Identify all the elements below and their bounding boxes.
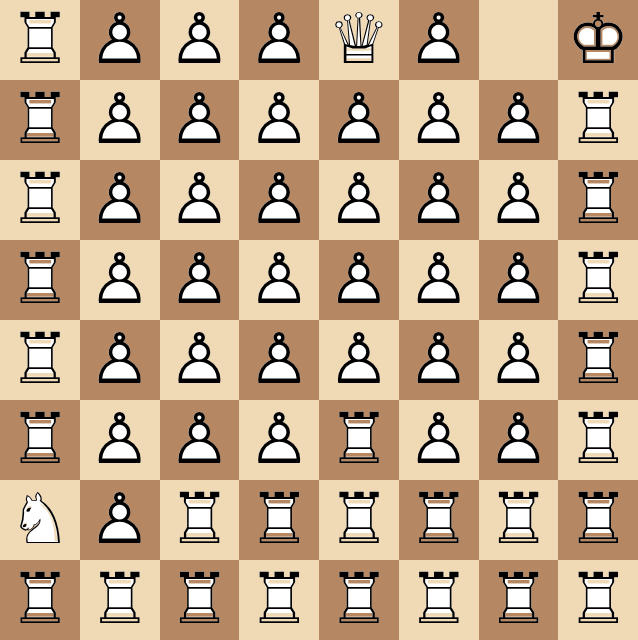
white-rook-h4[interactable]: ♜♖ [558,320,638,400]
square-c1[interactable]: ♜♖ [160,560,240,640]
piece-outline-glyph: ♖ [168,484,231,554]
square-b2[interactable]: ♟♙ [80,480,160,560]
square-c7[interactable]: ♟♙ [160,80,240,160]
square-b8[interactable]: ♟♙ [80,0,160,80]
square-c5[interactable]: ♟♙ [160,240,240,320]
square-e5[interactable]: ♟♙ [319,240,399,320]
white-rook-d1[interactable]: ♜♖ [239,560,319,640]
piece-outline-glyph: ♙ [487,164,550,234]
square-g8[interactable] [479,0,559,80]
square-h8[interactable]: ♚♔ [558,0,638,80]
square-f1[interactable]: ♜♖ [399,560,479,640]
piece-outline-glyph: ♙ [168,404,231,474]
white-pawn-d6[interactable]: ♟♙ [239,160,319,240]
white-pawn-c7[interactable]: ♟♙ [160,80,240,160]
white-rook-g2[interactable]: ♜♖ [479,480,559,560]
white-pawn-g3[interactable]: ♟♙ [479,400,559,480]
white-pawn-b8[interactable]: ♟♙ [80,0,160,80]
square-f2[interactable]: ♜♖ [399,480,479,560]
square-a7[interactable]: ♜♖ [0,80,80,160]
white-pawn-g4[interactable]: ♟♙ [479,320,559,400]
white-rook-a1[interactable]: ♜♖ [0,560,80,640]
square-c6[interactable]: ♟♙ [160,160,240,240]
square-h5[interactable]: ♜♖ [558,240,638,320]
white-pawn-c6[interactable]: ♟♙ [160,160,240,240]
square-b4[interactable]: ♟♙ [80,320,160,400]
piece-outline-glyph: ♙ [327,164,390,234]
chess-board: ♜♖♟♙♟♙♟♙♛♕♟♙♚♔♜♖♟♙♟♙♟♙♟♙♟♙♟♙♜♖♜♖♟♙♟♙♟♙♟♙… [0,0,638,640]
piece-outline-glyph: ♙ [407,324,470,394]
piece-outline-glyph: ♙ [487,404,550,474]
square-f8[interactable]: ♟♙ [399,0,479,80]
square-f5[interactable]: ♟♙ [399,240,479,320]
square-h2[interactable]: ♜♖ [558,480,638,560]
square-f7[interactable]: ♟♙ [399,80,479,160]
white-pawn-c3[interactable]: ♟♙ [160,400,240,480]
piece-outline-glyph: ♖ [487,564,550,634]
square-c4[interactable]: ♟♙ [160,320,240,400]
piece-outline-glyph: ♙ [487,84,550,154]
square-g7[interactable]: ♟♙ [479,80,559,160]
white-rook-e3[interactable]: ♜♖ [319,400,399,480]
piece-outline-glyph: ♖ [567,484,630,554]
square-e8[interactable]: ♛♕ [319,0,399,80]
piece-outline-glyph: ♙ [168,84,231,154]
square-d1[interactable]: ♜♖ [239,560,319,640]
white-rook-a7[interactable]: ♜♖ [0,80,80,160]
square-d6[interactable]: ♟♙ [239,160,319,240]
piece-outline-glyph: ♖ [8,84,71,154]
piece-outline-glyph: ♖ [327,404,390,474]
square-c8[interactable]: ♟♙ [160,0,240,80]
square-h4[interactable]: ♜♖ [558,320,638,400]
square-d7[interactable]: ♟♙ [239,80,319,160]
white-rook-c2[interactable]: ♜♖ [160,480,240,560]
white-knight-a2[interactable]: ♞♘ [0,480,80,560]
white-pawn-f3[interactable]: ♟♙ [399,400,479,480]
white-pawn-c4[interactable]: ♟♙ [160,320,240,400]
white-pawn-g5[interactable]: ♟♙ [479,240,559,320]
piece-outline-glyph: ♙ [168,244,231,314]
piece-outline-glyph: ♖ [248,564,311,634]
piece-outline-glyph: ♙ [327,84,390,154]
white-rook-c1[interactable]: ♜♖ [160,560,240,640]
white-pawn-d3[interactable]: ♟♙ [239,400,319,480]
white-queen-e8[interactable]: ♛♕ [319,0,399,80]
piece-outline-glyph: ♖ [8,324,71,394]
square-h7[interactable]: ♜♖ [558,80,638,160]
white-pawn-c5[interactable]: ♟♙ [160,240,240,320]
square-d4[interactable]: ♟♙ [239,320,319,400]
square-a5[interactable]: ♜♖ [0,240,80,320]
piece-outline-glyph: ♖ [407,484,470,554]
white-rook-h3[interactable]: ♜♖ [558,400,638,480]
piece-outline-glyph: ♖ [248,484,311,554]
piece-outline-glyph: ♖ [8,164,71,234]
white-pawn-b4[interactable]: ♟♙ [80,320,160,400]
white-pawn-e4[interactable]: ♟♙ [319,320,399,400]
square-e3[interactable]: ♜♖ [319,400,399,480]
piece-outline-glyph: ♙ [168,4,231,74]
square-a1[interactable]: ♜♖ [0,560,80,640]
white-rook-h2[interactable]: ♜♖ [558,480,638,560]
white-pawn-f8[interactable]: ♟♙ [399,0,479,80]
piece-outline-glyph: ♙ [88,164,151,234]
white-pawn-b7[interactable]: ♟♙ [80,80,160,160]
piece-outline-glyph: ♖ [327,484,390,554]
piece-outline-glyph: ♙ [407,404,470,474]
square-f3[interactable]: ♟♙ [399,400,479,480]
square-g2[interactable]: ♜♖ [479,480,559,560]
white-rook-g1[interactable]: ♜♖ [479,560,559,640]
square-c3[interactable]: ♟♙ [160,400,240,480]
piece-outline-glyph: ♙ [487,324,550,394]
piece-outline-glyph: ♖ [8,4,71,74]
piece-outline-glyph: ♖ [567,404,630,474]
piece-outline-glyph: ♖ [8,564,71,634]
square-f6[interactable]: ♟♙ [399,160,479,240]
square-g1[interactable]: ♜♖ [479,560,559,640]
square-a3[interactable]: ♜♖ [0,400,80,480]
square-e2[interactable]: ♜♖ [319,480,399,560]
square-d8[interactable]: ♟♙ [239,0,319,80]
square-d2[interactable]: ♜♖ [239,480,319,560]
square-c2[interactable]: ♜♖ [160,480,240,560]
white-pawn-f5[interactable]: ♟♙ [399,240,479,320]
piece-outline-glyph: ♖ [168,564,231,634]
white-pawn-g7[interactable]: ♟♙ [479,80,559,160]
piece-outline-glyph: ♙ [407,4,470,74]
square-g5[interactable]: ♟♙ [479,240,559,320]
piece-outline-glyph: ♙ [248,324,311,394]
piece-outline-glyph: ♙ [88,484,151,554]
piece-outline-glyph: ♕ [327,4,390,74]
white-rook-a3[interactable]: ♜♖ [0,400,80,480]
square-b7[interactable]: ♟♙ [80,80,160,160]
square-b3[interactable]: ♟♙ [80,400,160,480]
white-pawn-e6[interactable]: ♟♙ [319,160,399,240]
white-pawn-f4[interactable]: ♟♙ [399,320,479,400]
piece-outline-glyph: ♖ [8,244,71,314]
piece-outline-glyph: ♖ [8,404,71,474]
white-rook-e2[interactable]: ♜♖ [319,480,399,560]
square-g3[interactable]: ♟♙ [479,400,559,480]
square-f4[interactable]: ♟♙ [399,320,479,400]
piece-outline-glyph: ♙ [88,404,151,474]
white-rook-f1[interactable]: ♜♖ [399,560,479,640]
piece-outline-glyph: ♙ [248,164,311,234]
white-pawn-b2[interactable]: ♟♙ [80,480,160,560]
piece-outline-glyph: ♙ [248,4,311,74]
piece-outline-glyph: ♙ [327,324,390,394]
square-h1[interactable]: ♜♖ [558,560,638,640]
piece-outline-glyph: ♖ [407,564,470,634]
piece-outline-glyph: ♙ [407,244,470,314]
white-rook-a5[interactable]: ♜♖ [0,240,80,320]
piece-outline-glyph: ♙ [248,84,311,154]
square-e1[interactable]: ♜♖ [319,560,399,640]
white-pawn-c8[interactable]: ♟♙ [160,0,240,80]
piece-outline-glyph: ♔ [567,4,630,74]
square-g6[interactable]: ♟♙ [479,160,559,240]
white-pawn-e5[interactable]: ♟♙ [319,240,399,320]
piece-outline-glyph: ♖ [567,164,630,234]
white-rook-f2[interactable]: ♜♖ [399,480,479,560]
piece-outline-glyph: ♖ [487,484,550,554]
white-pawn-d4[interactable]: ♟♙ [239,320,319,400]
white-rook-a8[interactable]: ♜♖ [0,0,80,80]
piece-outline-glyph: ♙ [248,404,311,474]
white-pawn-f7[interactable]: ♟♙ [399,80,479,160]
white-rook-d2[interactable]: ♜♖ [239,480,319,560]
piece-outline-glyph: ♙ [88,244,151,314]
white-rook-a4[interactable]: ♜♖ [0,320,80,400]
white-king-h8[interactable]: ♚♔ [558,0,638,80]
white-rook-b1[interactable]: ♜♖ [80,560,160,640]
piece-outline-glyph: ♖ [88,564,151,634]
square-a2[interactable]: ♞♘ [0,480,80,560]
white-pawn-d5[interactable]: ♟♙ [239,240,319,320]
piece-outline-glyph: ♖ [567,564,630,634]
piece-outline-glyph: ♙ [168,324,231,394]
piece-outline-glyph: ♙ [168,164,231,234]
piece-outline-glyph: ♙ [487,244,550,314]
square-a8[interactable]: ♜♖ [0,0,80,80]
square-b5[interactable]: ♟♙ [80,240,160,320]
white-rook-a6[interactable]: ♜♖ [0,160,80,240]
white-pawn-b6[interactable]: ♟♙ [80,160,160,240]
square-h6[interactable]: ♜♖ [558,160,638,240]
square-b6[interactable]: ♟♙ [80,160,160,240]
piece-outline-glyph: ♘ [8,484,71,554]
square-e4[interactable]: ♟♙ [319,320,399,400]
square-a6[interactable]: ♜♖ [0,160,80,240]
white-rook-h5[interactable]: ♜♖ [558,240,638,320]
square-d5[interactable]: ♟♙ [239,240,319,320]
piece-outline-glyph: ♙ [327,244,390,314]
square-b1[interactable]: ♜♖ [80,560,160,640]
piece-outline-glyph: ♖ [567,84,630,154]
white-pawn-b3[interactable]: ♟♙ [80,400,160,480]
piece-outline-glyph: ♙ [407,164,470,234]
white-pawn-g6[interactable]: ♟♙ [479,160,559,240]
white-pawn-d8[interactable]: ♟♙ [239,0,319,80]
square-a4[interactable]: ♜♖ [0,320,80,400]
piece-outline-glyph: ♙ [88,4,151,74]
white-pawn-f6[interactable]: ♟♙ [399,160,479,240]
piece-outline-glyph: ♙ [88,324,151,394]
piece-outline-glyph: ♖ [567,244,630,314]
square-g4[interactable]: ♟♙ [479,320,559,400]
white-rook-h6[interactable]: ♜♖ [558,160,638,240]
piece-outline-glyph: ♙ [407,84,470,154]
square-e7[interactable]: ♟♙ [319,80,399,160]
white-pawn-d7[interactable]: ♟♙ [239,80,319,160]
white-rook-h7[interactable]: ♜♖ [558,80,638,160]
piece-outline-glyph: ♖ [327,564,390,634]
piece-outline-glyph: ♙ [88,84,151,154]
piece-outline-glyph: ♖ [567,324,630,394]
square-e6[interactable]: ♟♙ [319,160,399,240]
white-pawn-e7[interactable]: ♟♙ [319,80,399,160]
white-pawn-b5[interactable]: ♟♙ [80,240,160,320]
white-rook-e1[interactable]: ♜♖ [319,560,399,640]
square-h3[interactable]: ♜♖ [558,400,638,480]
white-rook-h1[interactable]: ♜♖ [558,560,638,640]
square-d3[interactable]: ♟♙ [239,400,319,480]
piece-outline-glyph: ♙ [248,244,311,314]
